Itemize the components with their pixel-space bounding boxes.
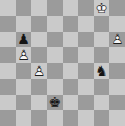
square-c6[interactable] (31, 32, 47, 48)
square-b3[interactable] (16, 79, 32, 95)
square-c3[interactable] (31, 79, 47, 95)
square-g6[interactable] (94, 32, 110, 48)
black-king-glyph: ♚ (47, 95, 63, 111)
square-g4[interactable]: ♞ (94, 63, 110, 79)
white-pawn-outline: ♙ (109, 32, 125, 48)
square-f8[interactable] (78, 0, 94, 16)
square-d2[interactable]: ♚ (47, 95, 63, 111)
square-b6[interactable]: ♟ (16, 32, 32, 48)
square-h5[interactable] (109, 47, 125, 63)
square-g1[interactable] (94, 110, 110, 126)
black-pawn-glyph: ♟ (16, 32, 32, 48)
square-f4[interactable] (78, 63, 94, 79)
square-h1[interactable] (109, 110, 125, 126)
square-f1[interactable] (78, 110, 94, 126)
square-f3[interactable] (78, 79, 94, 95)
chess-board: ♚♔♟♟♙♟♙♟♙♞♚ (0, 0, 125, 126)
square-b4[interactable] (16, 63, 32, 79)
square-b8[interactable] (16, 0, 32, 16)
square-c8[interactable] (31, 0, 47, 16)
square-d8[interactable] (47, 0, 63, 16)
square-b2[interactable] (16, 95, 32, 111)
square-f2[interactable] (78, 95, 94, 111)
square-g8[interactable]: ♚♔ (94, 0, 110, 16)
square-a4[interactable] (0, 63, 16, 79)
square-c5[interactable] (31, 47, 47, 63)
square-e3[interactable] (63, 79, 79, 95)
square-a8[interactable] (0, 0, 16, 16)
square-h2[interactable] (109, 95, 125, 111)
square-e7[interactable] (63, 16, 79, 32)
white-pawn[interactable]: ♟♙ (16, 47, 32, 63)
square-h4[interactable] (109, 63, 125, 79)
square-d1[interactable] (47, 110, 63, 126)
square-f7[interactable] (78, 16, 94, 32)
white-pawn-outline: ♙ (31, 63, 47, 79)
square-h6[interactable]: ♟♙ (109, 32, 125, 48)
square-a7[interactable] (0, 16, 16, 32)
square-f6[interactable] (78, 32, 94, 48)
white-king[interactable]: ♚♔ (94, 0, 110, 16)
square-c1[interactable] (31, 110, 47, 126)
square-h3[interactable] (109, 79, 125, 95)
white-king-outline: ♔ (94, 0, 110, 16)
square-g5[interactable] (94, 47, 110, 63)
square-c2[interactable] (31, 95, 47, 111)
square-d3[interactable] (47, 79, 63, 95)
square-b7[interactable] (16, 16, 32, 32)
black-king[interactable]: ♚ (47, 95, 63, 111)
square-b5[interactable]: ♟♙ (16, 47, 32, 63)
square-h7[interactable] (109, 16, 125, 32)
square-g3[interactable] (94, 79, 110, 95)
square-e1[interactable] (63, 110, 79, 126)
square-c7[interactable] (31, 16, 47, 32)
square-a6[interactable] (0, 32, 16, 48)
square-e6[interactable] (63, 32, 79, 48)
square-a5[interactable] (0, 47, 16, 63)
square-a3[interactable] (0, 79, 16, 95)
square-e2[interactable] (63, 95, 79, 111)
black-knight-glyph: ♞ (94, 63, 110, 79)
square-d6[interactable] (47, 32, 63, 48)
square-e5[interactable] (63, 47, 79, 63)
white-pawn-outline: ♙ (16, 47, 32, 63)
square-d4[interactable] (47, 63, 63, 79)
square-a2[interactable] (0, 95, 16, 111)
black-pawn[interactable]: ♟ (16, 32, 32, 48)
square-d5[interactable] (47, 47, 63, 63)
square-h8[interactable] (109, 0, 125, 16)
white-pawn[interactable]: ♟♙ (31, 63, 47, 79)
white-pawn[interactable]: ♟♙ (109, 32, 125, 48)
square-g7[interactable] (94, 16, 110, 32)
black-knight[interactable]: ♞ (94, 63, 110, 79)
square-c4[interactable]: ♟♙ (31, 63, 47, 79)
square-e8[interactable] (63, 0, 79, 16)
square-f5[interactable] (78, 47, 94, 63)
square-a1[interactable] (0, 110, 16, 126)
square-b1[interactable] (16, 110, 32, 126)
square-d7[interactable] (47, 16, 63, 32)
square-e4[interactable] (63, 63, 79, 79)
square-g2[interactable] (94, 95, 110, 111)
